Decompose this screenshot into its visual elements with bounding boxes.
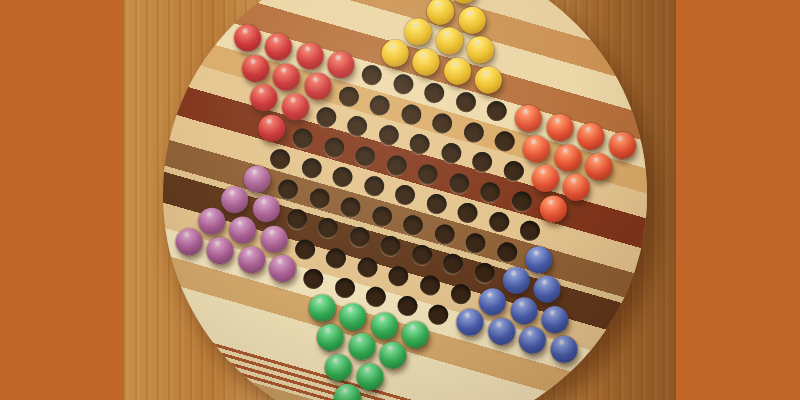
board-hole-r7c3[interactable] [314, 105, 339, 130]
peg-red[interactable] [239, 51, 272, 84]
board-hole-r10c3[interactable] [307, 186, 332, 211]
peg-red[interactable] [262, 30, 295, 63]
board-hole-r5c7[interactable] [422, 81, 447, 106]
board-hole-r9c5[interactable] [393, 183, 418, 208]
board-hole-r9c8[interactable] [486, 210, 511, 235]
peg-orange-red[interactable] [512, 102, 545, 135]
board-hole-r7c6[interactable] [407, 132, 432, 157]
peg-yellow[interactable] [441, 54, 474, 87]
peg-blue[interactable] [547, 333, 580, 366]
board-hole-r10c5[interactable] [370, 204, 395, 229]
peg-red[interactable] [270, 60, 303, 93]
peg-green[interactable] [399, 318, 432, 351]
board-hole-r13c8[interactable] [395, 293, 420, 318]
board-hole-r12c9[interactable] [449, 281, 474, 306]
board-hole-r12c4[interactable] [293, 237, 318, 262]
board-hole-r10c4[interactable] [338, 195, 363, 220]
peg-blue[interactable] [530, 273, 563, 306]
board-hole-r12c5[interactable] [324, 246, 349, 271]
peg-yellow[interactable] [410, 45, 443, 78]
board-hole-r7c7[interactable] [438, 141, 463, 166]
board-hole-r5c9[interactable] [484, 99, 509, 124]
board-hole-r7c4[interactable] [345, 114, 370, 139]
board-hole-r11c5[interactable] [347, 225, 372, 250]
board-hole-r9c7[interactable] [455, 201, 480, 226]
star-grid [163, 0, 647, 400]
board-hole-r8c4[interactable] [353, 144, 378, 169]
peg-yellow[interactable] [472, 63, 505, 96]
board-hole-r9c1[interactable] [268, 147, 293, 172]
left-orange-bar [0, 0, 124, 400]
board-hole-r7c8[interactable] [470, 150, 495, 175]
peg-red[interactable] [255, 111, 288, 144]
peg-purple[interactable] [249, 192, 282, 225]
peg-orange-red[interactable] [537, 192, 570, 225]
board-hole-r6c4[interactable] [336, 84, 361, 109]
board-hole-r11c8[interactable] [441, 251, 466, 276]
board-hole-r8c9[interactable] [509, 189, 534, 214]
screenshot [0, 0, 800, 400]
peg-red[interactable] [324, 48, 357, 81]
board-hole-r8c2[interactable] [291, 126, 316, 151]
board-hole-r10c8[interactable] [463, 230, 488, 255]
board-hole-r13c7[interactable] [363, 285, 388, 310]
board-hole-r11c7[interactable] [409, 243, 434, 268]
board-hole-r13c6[interactable] [332, 276, 357, 301]
board-hole-r8c8[interactable] [478, 180, 503, 205]
peg-green[interactable] [322, 351, 355, 384]
peg-red[interactable] [301, 69, 334, 102]
peg-blue[interactable] [507, 294, 540, 327]
peg-purple[interactable] [241, 162, 274, 195]
peg-red[interactable] [230, 21, 263, 54]
board-hole-r6c6[interactable] [399, 102, 424, 127]
peg-purple[interactable] [266, 252, 299, 285]
peg-orange-red[interactable] [543, 111, 576, 144]
board-hole-r5c6[interactable] [391, 72, 416, 97]
board-hole-r13c9[interactable] [426, 302, 451, 327]
board-hole-r13c5[interactable] [301, 267, 326, 292]
peg-orange-red[interactable] [551, 141, 584, 174]
peg-purple[interactable] [226, 213, 259, 246]
board-hole-r9c4[interactable] [361, 174, 386, 199]
peg-green[interactable] [305, 291, 338, 324]
board-hole-r9c9[interactable] [518, 218, 543, 243]
board-hole-r11c3[interactable] [284, 207, 309, 232]
board-hole-r7c5[interactable] [376, 123, 401, 148]
board-hole-r10c6[interactable] [401, 213, 426, 238]
board-hole-r6c8[interactable] [461, 120, 486, 145]
peg-yellow[interactable] [455, 3, 488, 36]
board-hole-r9c6[interactable] [424, 192, 449, 217]
peg-orange-red[interactable] [605, 129, 638, 162]
board-hole-r10c7[interactable] [432, 222, 457, 247]
board-hole-r11c9[interactable] [472, 260, 497, 285]
board-hole-r6c7[interactable] [430, 111, 455, 136]
peg-orange-red[interactable] [582, 150, 615, 183]
peg-blue[interactable] [522, 243, 555, 276]
board-hole-r8c7[interactable] [447, 171, 472, 196]
peg-green[interactable] [337, 300, 370, 333]
peg-blue[interactable] [539, 303, 572, 336]
board-hole-r12c8[interactable] [418, 272, 443, 297]
board-hole-r11c6[interactable] [378, 234, 403, 259]
peg-orange-red[interactable] [574, 120, 607, 153]
peg-orange-red[interactable] [520, 132, 553, 165]
board-hole-r5c8[interactable] [453, 90, 478, 115]
board-hole-r8c3[interactable] [322, 135, 347, 160]
peg-purple[interactable] [195, 204, 228, 237]
board-hole-r8c6[interactable] [416, 162, 441, 187]
board-hole-r11c4[interactable] [316, 216, 341, 241]
peg-yellow[interactable] [378, 36, 411, 69]
board-hole-r6c9[interactable] [493, 129, 518, 154]
board-hole-r7c9[interactable] [501, 159, 526, 184]
board-hole-r8c5[interactable] [384, 153, 409, 178]
board-hole-r12c7[interactable] [386, 264, 411, 289]
board-hole-r5c5[interactable] [359, 63, 384, 88]
chinese-checkers-board [163, 0, 647, 400]
board-hole-r10c9[interactable] [495, 239, 520, 264]
board-hole-r9c2[interactable] [299, 156, 324, 181]
peg-green[interactable] [353, 360, 386, 393]
peg-green[interactable] [368, 309, 401, 342]
right-orange-bar [676, 0, 800, 400]
peg-red[interactable] [293, 39, 326, 72]
board-photo [124, 0, 676, 400]
board-hole-r10c2[interactable] [276, 177, 301, 202]
board-hole-r9c3[interactable] [330, 165, 355, 190]
peg-blue[interactable] [476, 285, 509, 318]
board-hole-r12c6[interactable] [355, 255, 380, 280]
peg-yellow[interactable] [464, 33, 497, 66]
board-hole-r6c5[interactable] [368, 93, 393, 118]
